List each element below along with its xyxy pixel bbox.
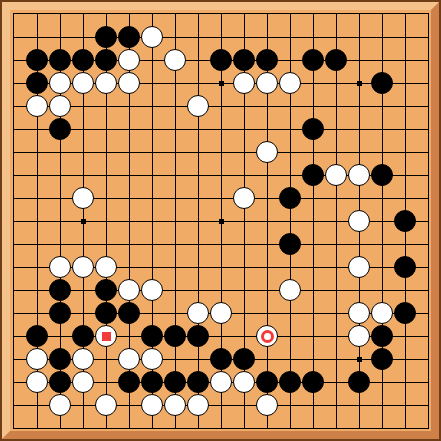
white-stone [26,95,48,117]
black-stone [371,325,393,347]
black-stone [210,348,232,370]
black-stone [394,210,416,232]
white-stone [118,279,140,301]
white-stone [233,72,255,94]
black-stone [118,371,140,393]
black-stone [256,49,278,71]
black-stone [49,49,71,71]
white-stone [164,394,186,416]
grid-line-horizontal [14,405,428,406]
black-stone [371,72,393,94]
black-stone [279,187,301,209]
black-stone [302,164,324,186]
star-point [81,219,86,224]
white-stone [118,72,140,94]
white-stone [348,210,370,232]
white-stone [164,49,186,71]
black-stone [210,49,232,71]
black-stone [95,26,117,48]
white-stone [279,72,301,94]
white-stone [49,394,71,416]
star-point [219,81,224,86]
grid-line-horizontal [14,290,428,291]
black-stone [164,371,186,393]
white-stone [141,279,163,301]
black-stone [118,302,140,324]
white-stone [256,72,278,94]
white-stone [49,72,71,94]
white-stone [233,371,255,393]
white-stone [256,394,278,416]
white-stone [72,348,94,370]
black-stone [49,348,71,370]
red-square-mark [102,332,111,341]
black-stone [302,371,324,393]
black-stone [233,348,255,370]
white-stone [141,348,163,370]
black-stone [394,302,416,324]
black-stone [325,49,347,71]
white-stone [95,72,117,94]
white-stone [187,302,209,324]
star-point [219,219,224,224]
white-stone [210,302,232,324]
black-stone [394,256,416,278]
black-stone [49,302,71,324]
white-stone [118,348,140,370]
white-stone [348,164,370,186]
white-stone [325,164,347,186]
white-stone [348,302,370,324]
star-point [357,357,362,362]
white-stone [279,279,301,301]
white-stone [72,256,94,278]
white-stone [72,72,94,94]
black-stone [348,371,370,393]
black-stone [95,302,117,324]
black-stone [95,279,117,301]
white-stone [233,187,255,209]
white-stone [95,256,117,278]
white-stone [26,371,48,393]
black-stone [141,325,163,347]
white-stone [371,302,393,324]
star-point [357,81,362,86]
black-stone [26,49,48,71]
white-stone [49,256,71,278]
white-stone [72,371,94,393]
grid-line-vertical [336,14,337,428]
black-stone [141,371,163,393]
white-stone [348,256,370,278]
black-stone [371,164,393,186]
white-stone [118,49,140,71]
black-stone [302,49,324,71]
white-stone [49,95,71,117]
go-board[interactable] [0,0,441,441]
grid-line-horizontal [14,244,428,245]
black-stone [26,72,48,94]
white-stone [95,394,117,416]
grid-line-vertical [313,14,314,428]
black-stone [49,118,71,140]
white-stone [187,394,209,416]
black-stone [49,279,71,301]
black-stone [279,371,301,393]
black-stone [371,348,393,370]
black-stone [72,49,94,71]
white-stone [210,371,232,393]
red-circle-mark [261,330,274,343]
white-stone [26,348,48,370]
black-stone [279,233,301,255]
white-stone [141,26,163,48]
white-stone [256,141,278,163]
white-stone [348,325,370,347]
white-stone [72,187,94,209]
black-stone [164,325,186,347]
white-stone [141,394,163,416]
black-stone [233,49,255,71]
black-stone [187,325,209,347]
black-stone [26,325,48,347]
black-stone [256,371,278,393]
black-stone [118,26,140,48]
white-stone [187,95,209,117]
black-stone [49,371,71,393]
black-stone [72,325,94,347]
black-stone [187,371,209,393]
black-stone [302,118,324,140]
black-stone [95,49,117,71]
